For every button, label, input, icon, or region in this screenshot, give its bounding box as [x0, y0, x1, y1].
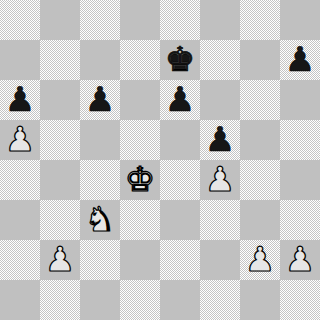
- square-h3[interactable]: [280, 200, 320, 240]
- square-g7[interactable]: [240, 40, 280, 80]
- square-d7[interactable]: [120, 40, 160, 80]
- square-e3[interactable]: [160, 200, 200, 240]
- square-g2[interactable]: ♟: [240, 240, 280, 280]
- square-h1[interactable]: [280, 280, 320, 320]
- square-e2[interactable]: [160, 240, 200, 280]
- square-h4[interactable]: [280, 160, 320, 200]
- square-d6[interactable]: [120, 80, 160, 120]
- square-f5[interactable]: ♟: [200, 120, 240, 160]
- piece-black-pawn-c6[interactable]: ♟: [85, 80, 115, 119]
- square-h2[interactable]: ♟: [280, 240, 320, 280]
- square-c8[interactable]: [80, 0, 120, 40]
- square-b1[interactable]: [40, 280, 80, 320]
- piece-black-pawn-f5[interactable]: ♟: [205, 120, 235, 159]
- square-a4[interactable]: [0, 160, 40, 200]
- piece-white-pawn-a5[interactable]: ♟: [5, 120, 35, 159]
- square-f4[interactable]: ♟: [200, 160, 240, 200]
- square-g1[interactable]: [240, 280, 280, 320]
- square-h5[interactable]: [280, 120, 320, 160]
- square-a6[interactable]: ♟: [0, 80, 40, 120]
- square-g6[interactable]: [240, 80, 280, 120]
- square-b5[interactable]: [40, 120, 80, 160]
- square-e6[interactable]: ♟: [160, 80, 200, 120]
- square-h6[interactable]: [280, 80, 320, 120]
- square-b4[interactable]: [40, 160, 80, 200]
- square-b3[interactable]: [40, 200, 80, 240]
- square-d5[interactable]: [120, 120, 160, 160]
- square-a2[interactable]: [0, 240, 40, 280]
- square-g3[interactable]: [240, 200, 280, 240]
- square-g8[interactable]: [240, 0, 280, 40]
- square-e7[interactable]: ♚: [160, 40, 200, 80]
- square-d8[interactable]: [120, 0, 160, 40]
- piece-white-king-d4[interactable]: ♚: [125, 160, 155, 199]
- square-a3[interactable]: [0, 200, 40, 240]
- square-f8[interactable]: [200, 0, 240, 40]
- square-d3[interactable]: [120, 200, 160, 240]
- piece-white-pawn-g2[interactable]: ♟: [245, 240, 275, 279]
- piece-white-pawn-h2[interactable]: ♟: [285, 240, 315, 279]
- square-a5[interactable]: ♟: [0, 120, 40, 160]
- chess-board: ♚♟♟♟♟♟♟♚♟♞♟♟♟: [0, 0, 320, 320]
- square-b8[interactable]: [40, 0, 80, 40]
- square-f3[interactable]: [200, 200, 240, 240]
- square-e5[interactable]: [160, 120, 200, 160]
- square-c5[interactable]: [80, 120, 120, 160]
- square-g5[interactable]: [240, 120, 280, 160]
- square-c1[interactable]: [80, 280, 120, 320]
- square-d1[interactable]: [120, 280, 160, 320]
- square-a1[interactable]: [0, 280, 40, 320]
- piece-black-pawn-e6[interactable]: ♟: [165, 80, 195, 119]
- square-g4[interactable]: [240, 160, 280, 200]
- square-e1[interactable]: [160, 280, 200, 320]
- square-d2[interactable]: [120, 240, 160, 280]
- square-h7[interactable]: ♟: [280, 40, 320, 80]
- square-c2[interactable]: [80, 240, 120, 280]
- piece-white-knight-c3[interactable]: ♞: [85, 200, 115, 239]
- piece-black-pawn-a6[interactable]: ♟: [5, 80, 35, 119]
- square-b2[interactable]: ♟: [40, 240, 80, 280]
- square-f1[interactable]: [200, 280, 240, 320]
- square-c7[interactable]: [80, 40, 120, 80]
- square-f2[interactable]: [200, 240, 240, 280]
- square-f6[interactable]: [200, 80, 240, 120]
- piece-white-pawn-f4[interactable]: ♟: [205, 160, 235, 199]
- square-e4[interactable]: [160, 160, 200, 200]
- square-a8[interactable]: [0, 0, 40, 40]
- square-a7[interactable]: [0, 40, 40, 80]
- square-b6[interactable]: [40, 80, 80, 120]
- square-c4[interactable]: [80, 160, 120, 200]
- square-f7[interactable]: [200, 40, 240, 80]
- piece-black-pawn-h7[interactable]: ♟: [285, 40, 315, 79]
- square-d4[interactable]: ♚: [120, 160, 160, 200]
- piece-white-pawn-b2[interactable]: ♟: [45, 240, 75, 279]
- square-c6[interactable]: ♟: [80, 80, 120, 120]
- piece-black-king-e7[interactable]: ♚: [165, 40, 195, 79]
- square-b7[interactable]: [40, 40, 80, 80]
- square-c3[interactable]: ♞: [80, 200, 120, 240]
- square-h8[interactable]: [280, 0, 320, 40]
- square-e8[interactable]: [160, 0, 200, 40]
